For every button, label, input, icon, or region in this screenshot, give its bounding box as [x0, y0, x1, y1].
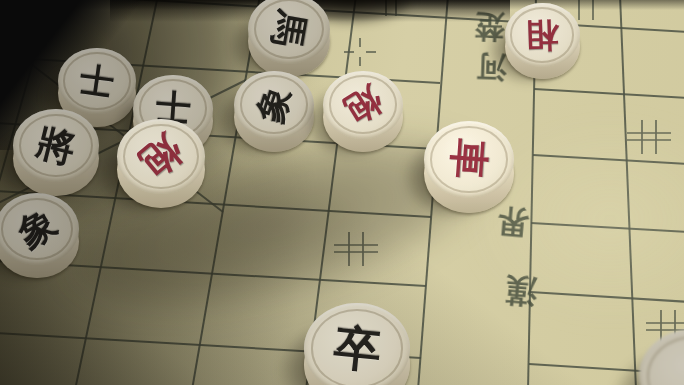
piece-top: 卒 — [304, 303, 410, 385]
piece-red-cannon-2[interactable]: 炮 — [117, 119, 205, 209]
piece-black-general[interactable]: 將 — [13, 109, 99, 197]
piece-glyph: 車 — [448, 138, 491, 181]
piece-top: 車 — [424, 121, 514, 198]
piece-glyph: 卒 — [331, 323, 383, 375]
river-label-char: 漢 — [504, 274, 539, 309]
piece-black-soldier[interactable]: 卒 — [304, 303, 410, 385]
piece-glyph: 象 — [252, 83, 296, 127]
piece-glyph: 象 — [12, 203, 63, 254]
piece-top: 相 — [505, 3, 580, 67]
piece-red-elephant[interactable]: 相 — [505, 3, 580, 80]
piece-black-elephant-2[interactable]: 象 — [0, 193, 79, 279]
piece-glyph: 士 — [78, 62, 116, 100]
piece-black-horse[interactable]: 馬 — [248, 0, 330, 77]
piece-glyph: 相 — [525, 18, 559, 52]
piece-top: 將 — [13, 109, 99, 183]
piece-unknown-piece-partial[interactable] — [639, 329, 684, 385]
piece-top: 象 — [0, 193, 79, 265]
piece-glyph: 將 — [33, 123, 79, 169]
piece-top: 炮 — [323, 71, 403, 140]
piece-glyph: 馬 — [268, 8, 310, 50]
piece-glyph: 炮 — [134, 129, 189, 184]
piece-red-cannon-1[interactable]: 炮 — [323, 71, 403, 153]
piece-glyph: 炮 — [339, 81, 387, 129]
xiangqi-photo-frame: 楚河界漢 馬士士象炮將炮象車相卒 — [0, 0, 684, 385]
piece-top: 炮 — [117, 119, 205, 194]
piece-top — [639, 329, 684, 385]
piece-black-elephant-1[interactable]: 象 — [234, 71, 314, 153]
piece-red-chariot[interactable]: 車 — [424, 121, 514, 213]
